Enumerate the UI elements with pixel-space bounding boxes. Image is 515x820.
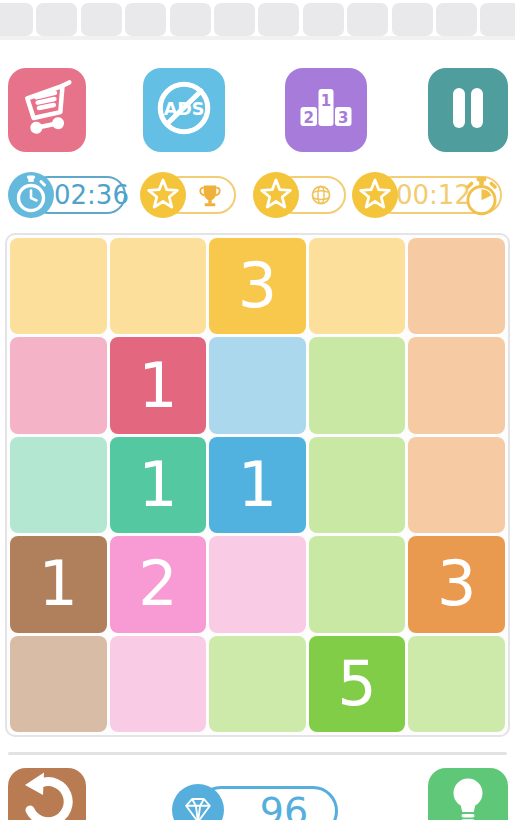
podium-icon: 1 2 3 [294,76,358,144]
grid-cell-r4c3[interactable]: 5 [309,636,406,732]
stopwatch-icon [8,172,54,218]
grid-cell-r2c1[interactable]: 1 [110,437,207,533]
no-ads-icon: ADS [151,75,217,145]
grid-cell-r3c4[interactable]: 3 [408,536,505,632]
grid-cell-r3c0[interactable]: 1 [10,536,107,632]
timer-icon [458,173,506,221]
svg-text:2: 2 [304,109,314,127]
grid-cell-r2c0[interactable] [10,437,107,533]
tab-strip [0,3,515,36]
level-tab[interactable] [0,3,33,36]
grid-cell-r4c0[interactable] [10,636,107,732]
level-tab[interactable] [480,3,515,36]
footer-divider [8,752,507,755]
shop-button[interactable] [8,68,86,152]
pause-icon [436,76,500,144]
cart-icon [15,76,79,144]
grid-cell-r1c4[interactable] [408,337,505,433]
restart-button[interactable] [8,768,86,820]
level-tab[interactable] [436,3,477,36]
grid-cell-r2c4[interactable] [408,437,505,533]
level-tab[interactable] [36,3,77,36]
trophy-icon [192,177,228,213]
grid-cell-r3c1[interactable]: 2 [110,536,207,632]
grid-cell-r3c3[interactable] [309,536,406,632]
level-tab[interactable] [125,3,166,36]
restart-icon [15,768,79,820]
grid-cell-r2c2[interactable]: 1 [209,437,306,533]
level-tab[interactable] [347,3,388,36]
svg-text:3: 3 [338,109,348,127]
grid-cell-r4c4[interactable] [408,636,505,732]
star-icon [253,172,299,218]
grid-cell-r4c1[interactable] [110,636,207,732]
no-ads-button[interactable]: ADS [143,68,225,152]
svg-text:1: 1 [321,92,331,110]
grid-cell-r0c0[interactable] [10,238,107,334]
grid-cell-r1c3[interactable] [309,337,406,433]
grid-cell-r2c3[interactable] [309,437,406,533]
grid-cell-r0c3[interactable] [309,238,406,334]
level-tab[interactable] [392,3,433,36]
star-icon [140,172,186,218]
level-tab[interactable] [170,3,211,36]
level-tab[interactable] [214,3,255,36]
level-tab[interactable] [303,3,344,36]
grid-cell-r0c4[interactable] [408,238,505,334]
lightbulb-icon [436,768,500,820]
leaderboard-button[interactable]: 1 2 3 [285,68,367,152]
board-grid: 31111235 [10,238,505,732]
game-screen: ADS 1 2 3 02:36 [0,0,515,820]
star-icon [352,172,398,218]
gem-icon [172,784,224,820]
pause-button[interactable] [428,68,508,152]
puzzle-board: 31111235 [5,233,510,737]
globe-icon [304,178,338,212]
grid-cell-r0c2[interactable]: 3 [209,238,306,334]
grid-cell-r1c0[interactable] [10,337,107,433]
grid-cell-r4c2[interactable] [209,636,306,732]
level-tab[interactable] [81,3,122,36]
grid-cell-r1c2[interactable] [209,337,306,433]
level-tab[interactable] [258,3,299,36]
hint-button[interactable] [428,768,508,820]
grid-cell-r3c2[interactable] [209,536,306,632]
grid-cell-r1c1[interactable]: 1 [110,337,207,433]
grid-cell-r0c1[interactable] [110,238,207,334]
tab-strip-shadow [0,36,515,40]
